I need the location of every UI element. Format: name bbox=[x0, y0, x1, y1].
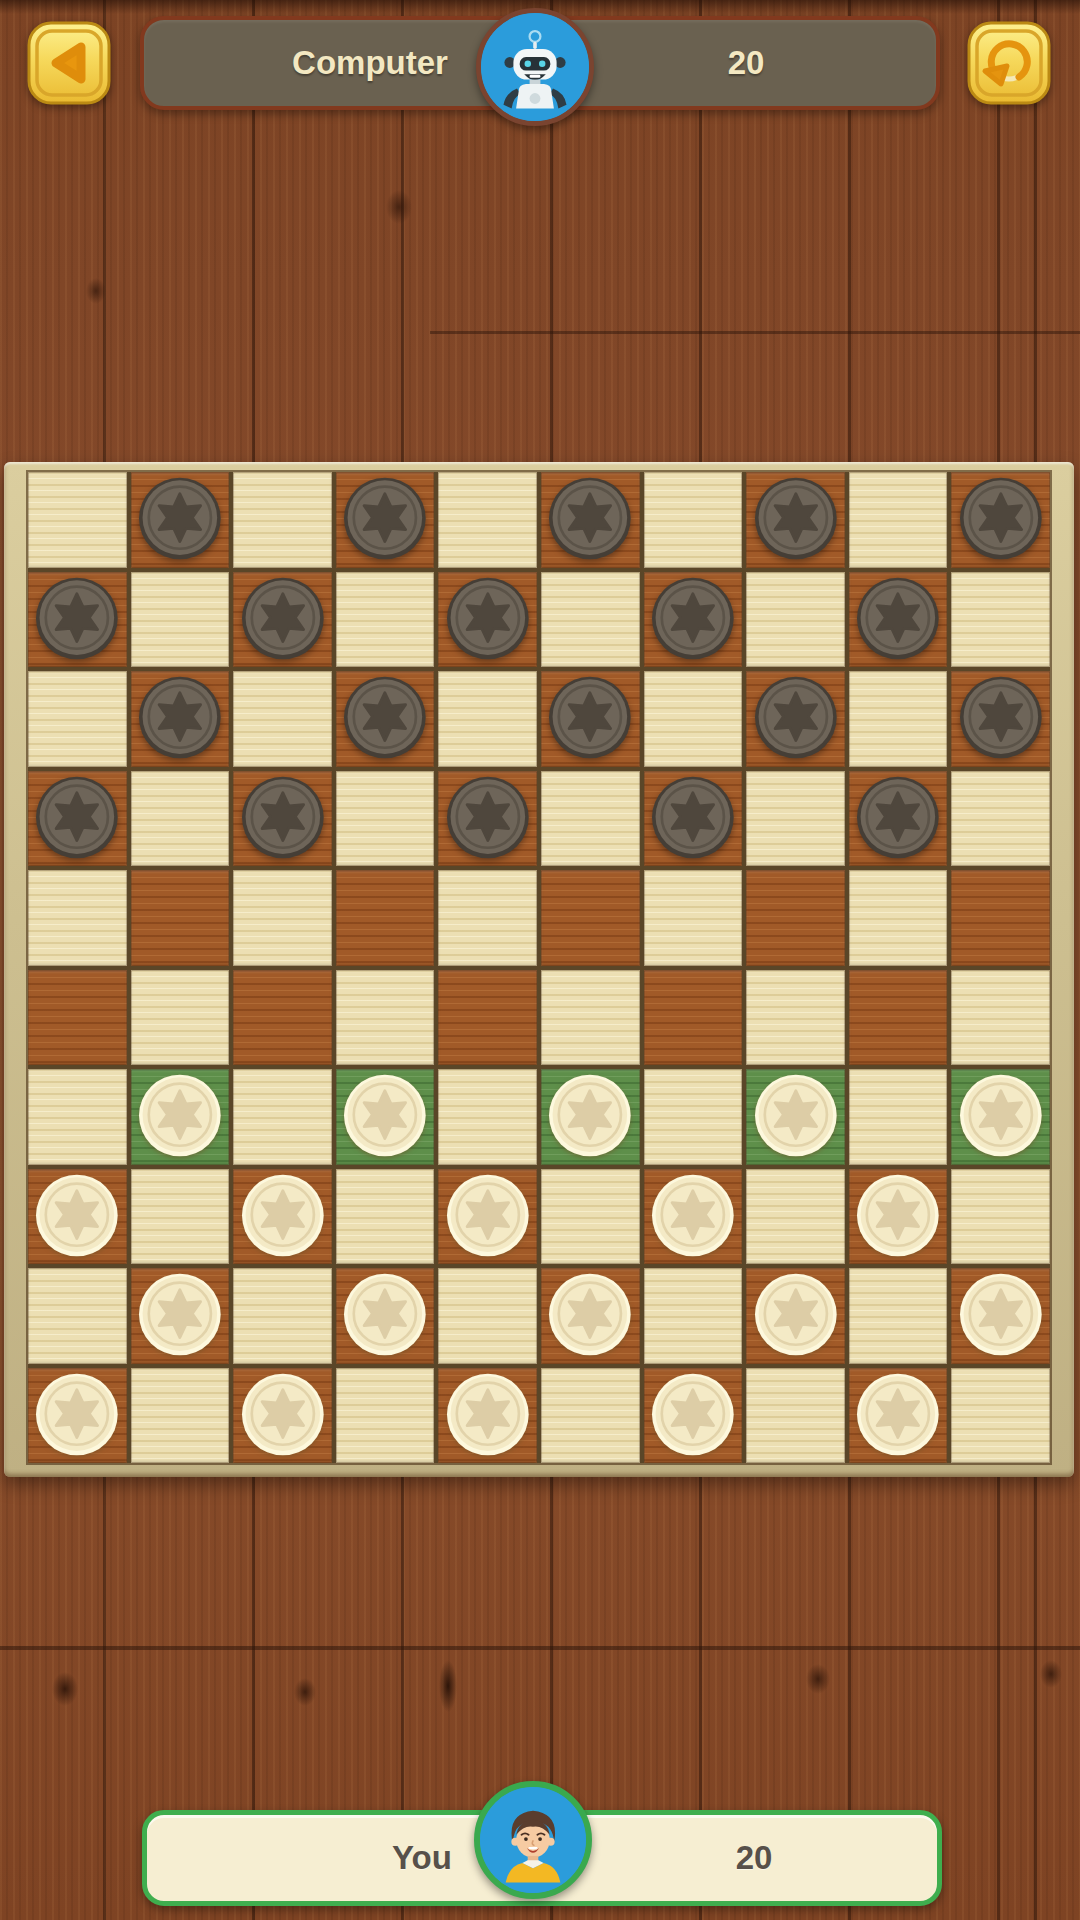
square-r1c4[interactable] bbox=[336, 472, 435, 568]
black-piece[interactable] bbox=[647, 774, 739, 863]
square-r8c6[interactable] bbox=[541, 1169, 640, 1265]
square-r8c5[interactable] bbox=[438, 1169, 537, 1265]
square-r2c2[interactable] bbox=[131, 572, 230, 668]
square-r7c5[interactable] bbox=[438, 1069, 537, 1165]
square-r2c10[interactable] bbox=[951, 572, 1050, 668]
square-r10c9[interactable] bbox=[849, 1368, 948, 1464]
square-r5c1[interactable] bbox=[28, 870, 127, 966]
square-r8c8[interactable] bbox=[746, 1169, 845, 1265]
square-r5c4[interactable] bbox=[336, 870, 435, 966]
black-piece[interactable] bbox=[339, 674, 431, 763]
white-piece[interactable] bbox=[339, 1072, 431, 1161]
square-r7c7[interactable] bbox=[644, 1069, 743, 1165]
square-r9c6[interactable] bbox=[541, 1268, 640, 1364]
square-r7c2[interactable] bbox=[131, 1069, 230, 1165]
black-piece[interactable] bbox=[31, 774, 123, 863]
square-r3c4[interactable] bbox=[336, 671, 435, 767]
white-piece[interactable] bbox=[31, 1172, 123, 1261]
square-r8c2[interactable] bbox=[131, 1169, 230, 1265]
black-piece[interactable] bbox=[134, 674, 226, 763]
square-r3c3[interactable] bbox=[233, 671, 332, 767]
square-r1c5[interactable] bbox=[438, 472, 537, 568]
square-r9c5[interactable] bbox=[438, 1268, 537, 1364]
white-piece[interactable] bbox=[955, 1072, 1047, 1161]
black-piece[interactable] bbox=[544, 475, 636, 564]
square-r9c7[interactable] bbox=[644, 1268, 743, 1364]
square-r10c10[interactable] bbox=[951, 1368, 1050, 1464]
black-piece[interactable] bbox=[442, 575, 534, 664]
square-r3c1[interactable] bbox=[28, 671, 127, 767]
square-r5c5[interactable] bbox=[438, 870, 537, 966]
square-r5c9[interactable] bbox=[849, 870, 948, 966]
square-r7c1[interactable] bbox=[28, 1069, 127, 1165]
square-r10c3[interactable] bbox=[233, 1368, 332, 1464]
square-r5c6[interactable] bbox=[541, 870, 640, 966]
black-piece[interactable] bbox=[852, 774, 944, 863]
square-r4c8[interactable] bbox=[746, 771, 845, 867]
square-r7c3[interactable] bbox=[233, 1069, 332, 1165]
square-r6c10[interactable] bbox=[951, 970, 1050, 1066]
black-piece[interactable] bbox=[750, 475, 842, 564]
black-piece[interactable] bbox=[442, 774, 534, 863]
white-piece[interactable] bbox=[442, 1371, 534, 1460]
square-r8c4[interactable] bbox=[336, 1169, 435, 1265]
robot-icon bbox=[481, 13, 589, 121]
white-piece[interactable] bbox=[852, 1172, 944, 1261]
square-r2c1[interactable] bbox=[28, 572, 127, 668]
white-piece[interactable] bbox=[750, 1072, 842, 1161]
square-r7c6[interactable] bbox=[541, 1069, 640, 1165]
square-r8c1[interactable] bbox=[28, 1169, 127, 1265]
square-r6c2[interactable] bbox=[131, 970, 230, 1066]
game-screen: Computer 20 bbox=[0, 0, 1080, 1920]
square-r3c2[interactable] bbox=[131, 671, 230, 767]
square-r2c4[interactable] bbox=[336, 572, 435, 668]
square-r8c10[interactable] bbox=[951, 1169, 1050, 1265]
white-piece[interactable] bbox=[237, 1371, 329, 1460]
square-r2c5[interactable] bbox=[438, 572, 537, 668]
square-r4c10[interactable] bbox=[951, 771, 1050, 867]
square-r9c3[interactable] bbox=[233, 1268, 332, 1364]
square-r8c3[interactable] bbox=[233, 1169, 332, 1265]
square-r1c9[interactable] bbox=[849, 472, 948, 568]
opponent-name: Computer bbox=[292, 44, 448, 82]
square-r5c7[interactable] bbox=[644, 870, 743, 966]
black-piece[interactable] bbox=[750, 674, 842, 763]
square-r6c8[interactable] bbox=[746, 970, 845, 1066]
square-r6c3[interactable] bbox=[233, 970, 332, 1066]
square-r7c9[interactable] bbox=[849, 1069, 948, 1165]
black-piece[interactable] bbox=[31, 575, 123, 664]
square-r6c1[interactable] bbox=[28, 970, 127, 1066]
restart-button[interactable] bbox=[966, 20, 1052, 106]
square-r4c9[interactable] bbox=[849, 771, 948, 867]
square-r2c6[interactable] bbox=[541, 572, 640, 668]
white-piece[interactable] bbox=[237, 1172, 329, 1261]
square-r1c3[interactable] bbox=[233, 472, 332, 568]
white-piece[interactable] bbox=[955, 1271, 1047, 1360]
white-piece[interactable] bbox=[647, 1371, 739, 1460]
player-name: You bbox=[392, 1839, 452, 1877]
player-avatar bbox=[474, 1781, 592, 1899]
black-piece[interactable] bbox=[237, 774, 329, 863]
square-r10c5[interactable] bbox=[438, 1368, 537, 1464]
black-piece[interactable] bbox=[339, 475, 431, 564]
black-piece[interactable] bbox=[544, 674, 636, 763]
boy-icon bbox=[480, 1787, 586, 1893]
square-r7c4[interactable] bbox=[336, 1069, 435, 1165]
robot-avatar bbox=[476, 8, 594, 126]
square-r6c4[interactable] bbox=[336, 970, 435, 1066]
square-r4c1[interactable] bbox=[28, 771, 127, 867]
square-r5c8[interactable] bbox=[746, 870, 845, 966]
square-r10c2[interactable] bbox=[131, 1368, 230, 1464]
square-r10c8[interactable] bbox=[746, 1368, 845, 1464]
square-r1c1[interactable] bbox=[28, 472, 127, 568]
square-r2c3[interactable] bbox=[233, 572, 332, 668]
black-piece[interactable] bbox=[955, 674, 1047, 763]
square-r4c5[interactable] bbox=[438, 771, 537, 867]
back-icon bbox=[26, 20, 112, 106]
square-r1c2[interactable] bbox=[131, 472, 230, 568]
square-r1c7[interactable] bbox=[644, 472, 743, 568]
white-piece[interactable] bbox=[134, 1072, 226, 1161]
square-r2c9[interactable] bbox=[849, 572, 948, 668]
white-piece[interactable] bbox=[31, 1371, 123, 1460]
square-r5c10[interactable] bbox=[951, 870, 1050, 966]
square-r3c9[interactable] bbox=[849, 671, 948, 767]
square-r2c8[interactable] bbox=[746, 572, 845, 668]
white-piece[interactable] bbox=[544, 1271, 636, 1360]
square-r4c7[interactable] bbox=[644, 771, 743, 867]
square-r5c2[interactable] bbox=[131, 870, 230, 966]
square-r9c8[interactable] bbox=[746, 1268, 845, 1364]
square-r10c6[interactable] bbox=[541, 1368, 640, 1464]
white-piece[interactable] bbox=[647, 1172, 739, 1261]
square-r9c2[interactable] bbox=[131, 1268, 230, 1364]
square-r5c3[interactable] bbox=[233, 870, 332, 966]
square-r10c4[interactable] bbox=[336, 1368, 435, 1464]
player-piece-count: 20 bbox=[736, 1839, 773, 1877]
square-r9c10[interactable] bbox=[951, 1268, 1050, 1364]
square-r7c8[interactable] bbox=[746, 1069, 845, 1165]
square-r4c4[interactable] bbox=[336, 771, 435, 867]
black-piece[interactable] bbox=[955, 475, 1047, 564]
white-piece[interactable] bbox=[544, 1072, 636, 1161]
square-r4c3[interactable] bbox=[233, 771, 332, 867]
square-r1c8[interactable] bbox=[746, 472, 845, 568]
black-piece[interactable] bbox=[134, 475, 226, 564]
square-r8c9[interactable] bbox=[849, 1169, 948, 1265]
square-r7c10[interactable] bbox=[951, 1069, 1050, 1165]
opponent-piece-count: 20 bbox=[728, 44, 765, 82]
square-r3c7[interactable] bbox=[644, 671, 743, 767]
white-piece[interactable] bbox=[339, 1271, 431, 1360]
square-r6c5[interactable] bbox=[438, 970, 537, 1066]
restart-icon bbox=[966, 20, 1052, 106]
square-r3c10[interactable] bbox=[951, 671, 1050, 767]
square-r9c4[interactable] bbox=[336, 1268, 435, 1364]
board-grid bbox=[28, 472, 1050, 1463]
white-piece[interactable] bbox=[134, 1271, 226, 1360]
black-piece[interactable] bbox=[852, 575, 944, 664]
black-piece[interactable] bbox=[647, 575, 739, 664]
square-r2c7[interactable] bbox=[644, 572, 743, 668]
back-button[interactable] bbox=[26, 20, 112, 106]
square-r4c2[interactable] bbox=[131, 771, 230, 867]
square-r3c6[interactable] bbox=[541, 671, 640, 767]
square-r3c5[interactable] bbox=[438, 671, 537, 767]
square-r3c8[interactable] bbox=[746, 671, 845, 767]
square-r9c9[interactable] bbox=[849, 1268, 948, 1364]
square-r9c1[interactable] bbox=[28, 1268, 127, 1364]
white-piece[interactable] bbox=[750, 1271, 842, 1360]
square-r10c1[interactable] bbox=[28, 1368, 127, 1464]
square-r6c6[interactable] bbox=[541, 970, 640, 1066]
square-r10c7[interactable] bbox=[644, 1368, 743, 1464]
square-r1c6[interactable] bbox=[541, 472, 640, 568]
white-piece[interactable] bbox=[852, 1371, 944, 1460]
square-r8c7[interactable] bbox=[644, 1169, 743, 1265]
square-r6c7[interactable] bbox=[644, 970, 743, 1066]
square-r1c10[interactable] bbox=[951, 472, 1050, 568]
square-r4c6[interactable] bbox=[541, 771, 640, 867]
square-r6c9[interactable] bbox=[849, 970, 948, 1066]
checkers-board bbox=[4, 462, 1074, 1477]
black-piece[interactable] bbox=[237, 575, 329, 664]
white-piece[interactable] bbox=[442, 1172, 534, 1261]
